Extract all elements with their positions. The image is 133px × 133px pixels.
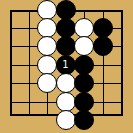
black-stone xyxy=(56,36,76,56)
black-stone xyxy=(93,18,113,38)
white-stone xyxy=(37,73,57,93)
grid-line-vertical xyxy=(121,10,122,116)
white-stone xyxy=(37,36,57,56)
black-stone xyxy=(74,110,94,130)
white-stone xyxy=(37,55,57,75)
black-stone xyxy=(56,18,76,38)
grid-line-vertical xyxy=(29,10,30,116)
black-stone: 1 xyxy=(56,55,76,75)
white-stone xyxy=(74,36,94,56)
white-stone xyxy=(37,18,57,38)
white-stone xyxy=(56,110,76,130)
white-stone xyxy=(56,73,76,93)
black-stone xyxy=(93,36,113,56)
go-diagram: 1 xyxy=(0,0,133,133)
move-number-label: 1 xyxy=(62,60,68,70)
white-stone xyxy=(56,92,76,112)
black-stone xyxy=(74,55,94,75)
white-stone xyxy=(74,18,94,38)
black-stone xyxy=(74,73,94,93)
black-stone xyxy=(74,92,94,112)
